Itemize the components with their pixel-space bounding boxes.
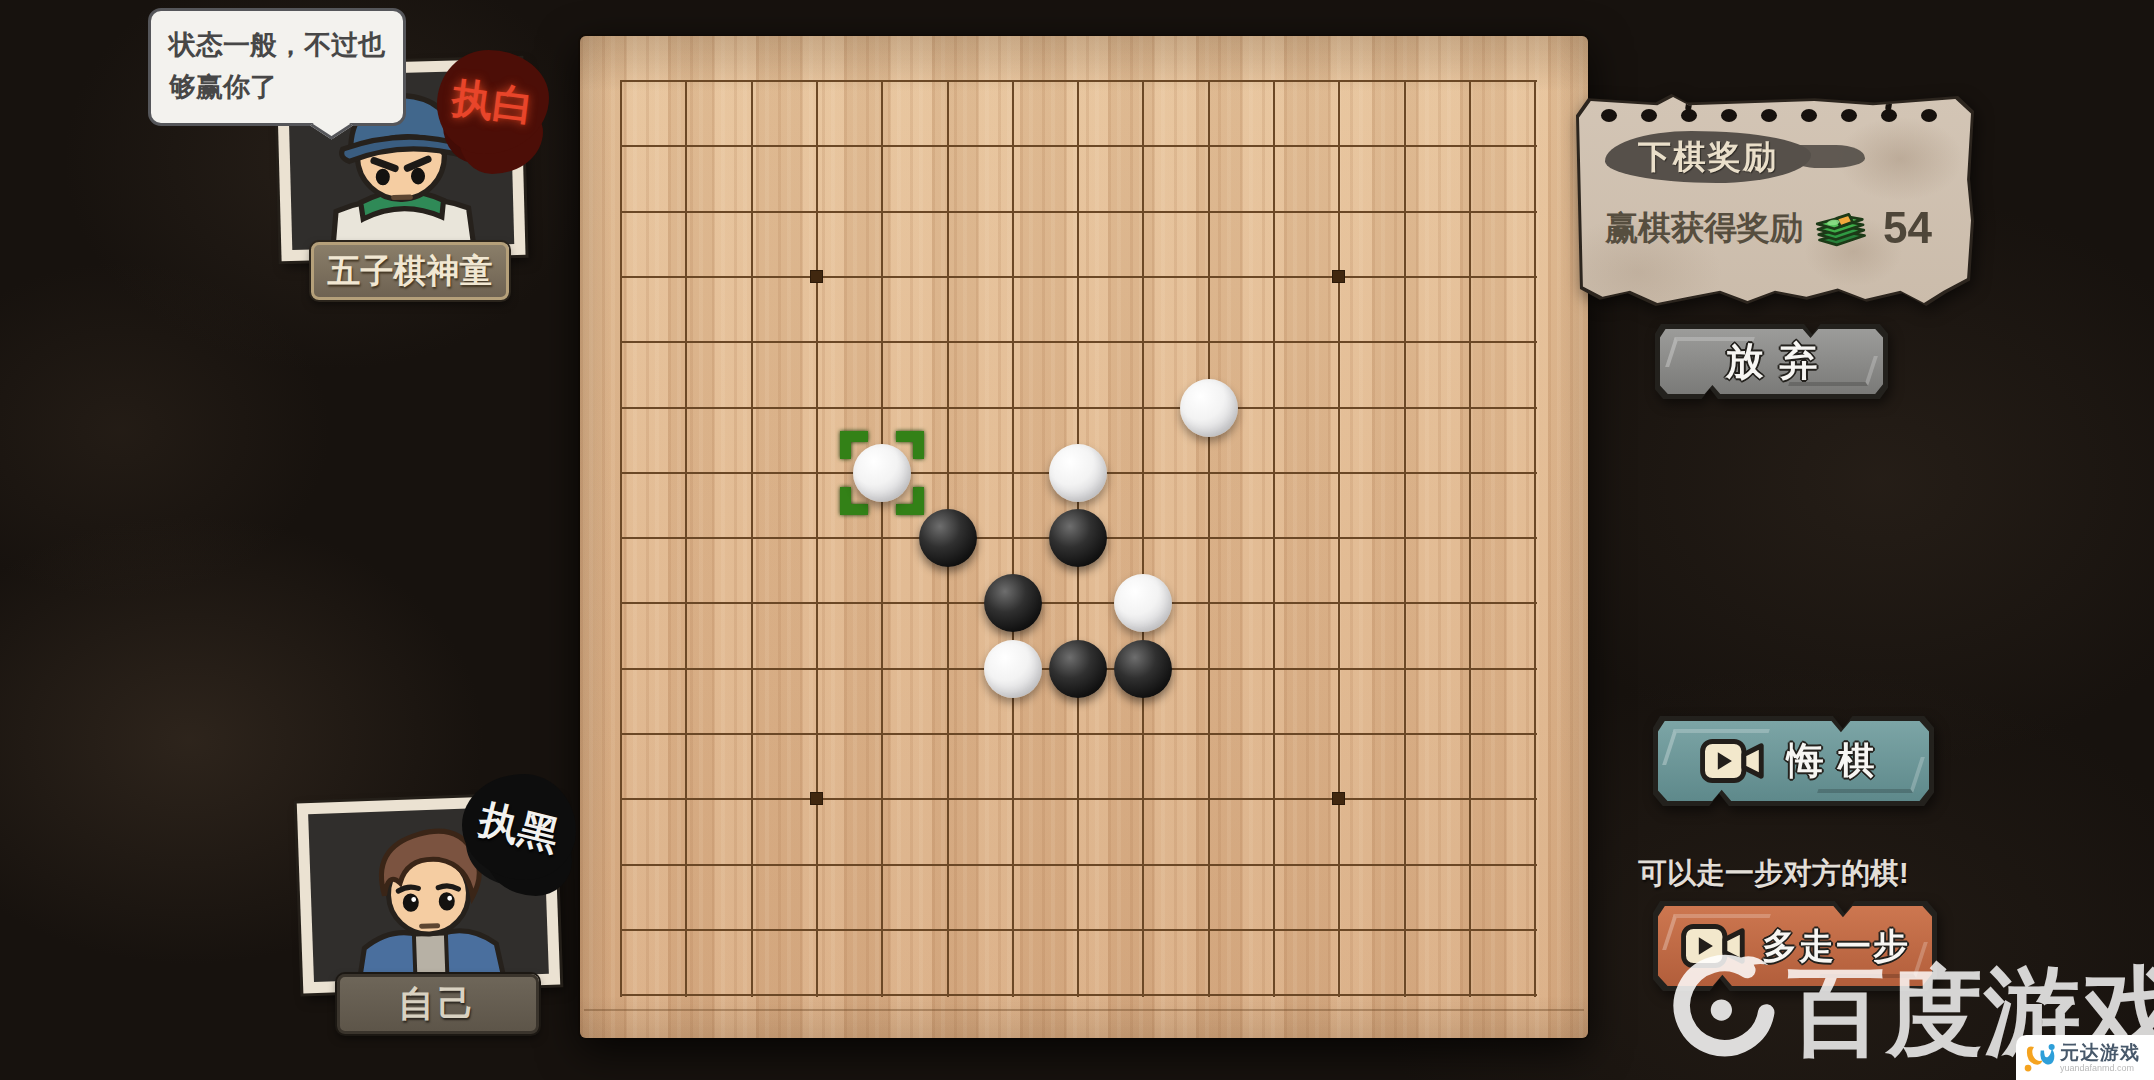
- opponent-nameplate: 五子棋神童: [311, 242, 509, 300]
- reward-line-label: 赢棋获得奖励: [1605, 206, 1803, 251]
- player-side-label: 执黑: [474, 791, 565, 864]
- binding-hole: [1721, 109, 1737, 122]
- black-stone: [1114, 640, 1172, 698]
- game-screen: 状态一般，不过也 够赢你了 执白 五子棋神童: [0, 0, 2154, 1080]
- white-stone: [853, 444, 911, 502]
- extra-move-button[interactable]: 多走一步: [1653, 901, 1937, 991]
- player-nameplate: 自己: [337, 974, 539, 1034]
- money-stack-icon: [1811, 202, 1869, 254]
- badge-name: 元达游戏: [2060, 1043, 2140, 1062]
- player-name: 自己: [398, 980, 478, 1029]
- video-ad-icon: [1680, 921, 1748, 971]
- binding-hole: [1841, 109, 1857, 122]
- speech-line-2: 够赢你了: [169, 67, 385, 109]
- binding-hole: [1881, 109, 1897, 122]
- black-stone: [1049, 640, 1107, 698]
- give-up-button[interactable]: 放弃: [1655, 324, 1888, 399]
- undo-button-label: 悔棋: [1781, 736, 1889, 786]
- watermark-badge: 元达游戏 yuandafanmd.com: [2016, 1035, 2154, 1080]
- extra-move-hint: 可以走一步对方的棋!: [1638, 854, 1968, 894]
- opponent-name: 五子棋神童: [328, 249, 493, 294]
- binding-hole: [1921, 109, 1937, 122]
- star-point: [810, 792, 823, 805]
- white-stone: [1114, 574, 1172, 632]
- star-point: [810, 270, 823, 283]
- gomoku-board[interactable]: [580, 36, 1588, 1038]
- opponent-speech-bubble: 状态一般，不过也 够赢你了: [148, 8, 406, 126]
- binding-hole: [1601, 109, 1617, 122]
- binding-hole: [1681, 109, 1697, 122]
- badge-url: yuandafanmd.com: [2060, 1064, 2140, 1073]
- opponent-side-label: 执白: [449, 70, 537, 135]
- speech-line-1: 状态一般，不过也: [169, 25, 385, 67]
- opponent-side-badge: 执白: [437, 50, 549, 154]
- yu-badge-logo: [2022, 1042, 2056, 1074]
- black-stone: [919, 509, 977, 567]
- white-stone: [984, 640, 1042, 698]
- star-point: [1332, 792, 1345, 805]
- white-stone: [1049, 444, 1107, 502]
- undo-move-button[interactable]: 悔棋: [1653, 716, 1934, 806]
- reward-panel-paper: 下棋奖励 赢棋获得奖励 54: [1579, 97, 1971, 303]
- binding-hole: [1641, 109, 1657, 122]
- binding-hole: [1761, 109, 1777, 122]
- reward-title: 下棋奖励: [1638, 135, 1778, 180]
- give-up-button-label: 放弃: [1710, 336, 1834, 387]
- reward-title-band: 下棋奖励: [1605, 131, 1811, 183]
- board-grid: [620, 80, 1537, 997]
- extra-move-button-label: 多走一步: [1762, 923, 1910, 970]
- reward-line: 赢棋获得奖励 54: [1605, 199, 1932, 257]
- video-ad-icon: [1699, 736, 1767, 786]
- black-stone: [1049, 509, 1107, 567]
- extra-move-hint-text: 可以走一步对方的棋!: [1638, 857, 1909, 889]
- reward-amount: 54: [1883, 203, 1932, 253]
- black-stone: [984, 574, 1042, 632]
- reward-panel: 下棋奖励 赢棋获得奖励 54: [1576, 94, 1974, 306]
- binding-hole: [1801, 109, 1817, 122]
- star-point: [1332, 270, 1345, 283]
- white-stone: [1180, 379, 1238, 437]
